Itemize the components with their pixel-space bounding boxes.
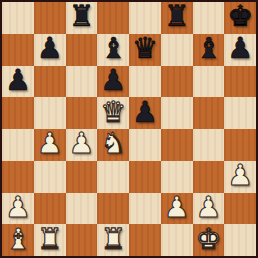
square-h5[interactable] (224, 97, 256, 129)
chess-board-frame: ♜♜♚♟♝♛♝♟♟♟♛♟♟♟♞♟♟♟♟♝♜♜♚ (0, 0, 258, 258)
square-a8[interactable] (2, 2, 34, 34)
square-b2[interactable] (34, 193, 66, 225)
square-b3[interactable] (34, 161, 66, 193)
square-e6[interactable] (129, 66, 161, 98)
square-g5[interactable] (193, 97, 225, 129)
square-e1[interactable] (129, 224, 161, 256)
square-f7[interactable] (161, 34, 193, 66)
square-d6[interactable]: ♟ (97, 66, 129, 98)
piece-black-pawn[interactable]: ♟ (100, 66, 126, 95)
square-c3[interactable] (66, 161, 98, 193)
square-c7[interactable] (66, 34, 98, 66)
square-d2[interactable] (97, 193, 129, 225)
piece-white-knight[interactable]: ♞ (100, 129, 126, 158)
piece-white-rook[interactable]: ♜ (37, 225, 63, 254)
piece-black-queen[interactable]: ♛ (132, 34, 158, 63)
piece-white-pawn[interactable]: ♟ (195, 193, 221, 222)
square-f1[interactable] (161, 224, 193, 256)
square-a4[interactable] (2, 129, 34, 161)
square-b1[interactable]: ♜ (34, 224, 66, 256)
square-b4[interactable]: ♟ (34, 129, 66, 161)
square-e4[interactable] (129, 129, 161, 161)
square-e7[interactable]: ♛ (129, 34, 161, 66)
square-g1[interactable]: ♚ (193, 224, 225, 256)
piece-white-bishop[interactable]: ♝ (5, 225, 31, 254)
square-f2[interactable]: ♟ (161, 193, 193, 225)
square-h3[interactable]: ♟ (224, 161, 256, 193)
square-a1[interactable]: ♝ (2, 224, 34, 256)
square-h1[interactable] (224, 224, 256, 256)
square-f5[interactable] (161, 97, 193, 129)
piece-black-pawn[interactable]: ♟ (5, 66, 31, 95)
piece-black-rook[interactable]: ♜ (164, 2, 190, 31)
square-d3[interactable] (97, 161, 129, 193)
square-c8[interactable]: ♜ (66, 2, 98, 34)
piece-black-king[interactable]: ♚ (227, 2, 253, 31)
piece-black-bishop[interactable]: ♝ (100, 34, 126, 63)
piece-black-pawn[interactable]: ♟ (37, 34, 63, 63)
square-g7[interactable]: ♝ (193, 34, 225, 66)
square-a3[interactable] (2, 161, 34, 193)
square-g4[interactable] (193, 129, 225, 161)
piece-black-pawn[interactable]: ♟ (132, 98, 158, 127)
square-d5[interactable]: ♛ (97, 97, 129, 129)
chess-board: ♜♜♚♟♝♛♝♟♟♟♛♟♟♟♞♟♟♟♟♝♜♜♚ (2, 2, 256, 256)
square-b8[interactable] (34, 2, 66, 34)
piece-white-pawn[interactable]: ♟ (164, 193, 190, 222)
piece-white-pawn[interactable]: ♟ (227, 161, 253, 190)
square-c2[interactable] (66, 193, 98, 225)
square-f6[interactable] (161, 66, 193, 98)
square-e8[interactable] (129, 2, 161, 34)
square-b6[interactable] (34, 66, 66, 98)
square-a2[interactable]: ♟ (2, 193, 34, 225)
square-f8[interactable]: ♜ (161, 2, 193, 34)
square-a5[interactable] (2, 97, 34, 129)
piece-black-rook[interactable]: ♜ (68, 2, 94, 31)
piece-white-rook[interactable]: ♜ (100, 225, 126, 254)
square-h6[interactable] (224, 66, 256, 98)
square-g2[interactable]: ♟ (193, 193, 225, 225)
square-b7[interactable]: ♟ (34, 34, 66, 66)
square-d1[interactable]: ♜ (97, 224, 129, 256)
piece-white-pawn[interactable]: ♟ (68, 129, 94, 158)
piece-black-bishop[interactable]: ♝ (195, 34, 221, 63)
square-b5[interactable] (34, 97, 66, 129)
piece-white-king[interactable]: ♚ (195, 225, 221, 254)
square-a7[interactable] (2, 34, 34, 66)
square-a6[interactable]: ♟ (2, 66, 34, 98)
square-g3[interactable] (193, 161, 225, 193)
square-c5[interactable] (66, 97, 98, 129)
square-f4[interactable] (161, 129, 193, 161)
square-h7[interactable]: ♟ (224, 34, 256, 66)
piece-white-pawn[interactable]: ♟ (5, 193, 31, 222)
square-c1[interactable] (66, 224, 98, 256)
piece-black-pawn[interactable]: ♟ (227, 34, 253, 63)
square-g6[interactable] (193, 66, 225, 98)
piece-white-queen[interactable]: ♛ (100, 98, 126, 127)
square-c4[interactable]: ♟ (66, 129, 98, 161)
square-c6[interactable] (66, 66, 98, 98)
square-g8[interactable] (193, 2, 225, 34)
square-d4[interactable]: ♞ (97, 129, 129, 161)
square-h4[interactable] (224, 129, 256, 161)
square-e5[interactable]: ♟ (129, 97, 161, 129)
square-e3[interactable] (129, 161, 161, 193)
square-h2[interactable] (224, 193, 256, 225)
square-d8[interactable] (97, 2, 129, 34)
square-h8[interactable]: ♚ (224, 2, 256, 34)
piece-white-pawn[interactable]: ♟ (37, 129, 63, 158)
square-d7[interactable]: ♝ (97, 34, 129, 66)
square-e2[interactable] (129, 193, 161, 225)
square-f3[interactable] (161, 161, 193, 193)
